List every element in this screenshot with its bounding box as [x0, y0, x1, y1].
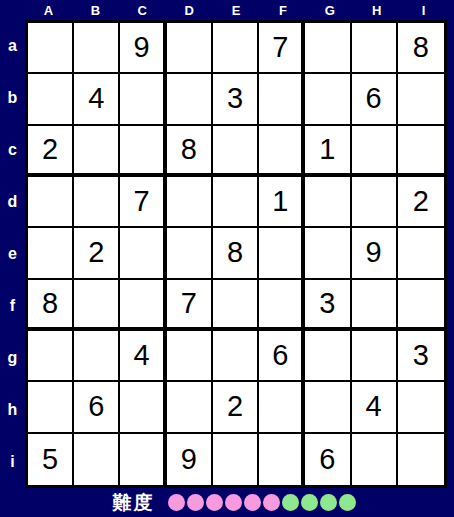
cell-Ae[interactable]: [28, 228, 74, 279]
difficulty-dot-filled: [225, 494, 242, 511]
cell-Ge[interactable]: [305, 228, 351, 279]
column-headers: ABCDEFGHI: [25, 0, 447, 20]
cell-Ai[interactable]: 5: [28, 434, 74, 485]
row-label-c: c: [8, 141, 17, 159]
cell-Fh[interactable]: [259, 382, 305, 433]
difficulty-dot-filled: [263, 494, 280, 511]
cell-Bd[interactable]: [74, 177, 120, 228]
cell-Hf[interactable]: [352, 280, 398, 331]
row-label-i: i: [10, 453, 14, 471]
cell-Ah[interactable]: [28, 382, 74, 433]
cell-Af[interactable]: 8: [28, 280, 74, 331]
cell-Bf[interactable]: [74, 280, 120, 331]
column-label-H: H: [372, 3, 381, 18]
cell-Ec[interactable]: [213, 126, 259, 177]
cell-Cc[interactable]: [120, 126, 166, 177]
cell-Gf[interactable]: 3: [305, 280, 351, 331]
cell-Hg[interactable]: [352, 331, 398, 382]
cell-Fd[interactable]: 1: [259, 177, 305, 228]
cell-Ii[interactable]: [398, 434, 444, 485]
cell-Db[interactable]: [167, 74, 213, 125]
difficulty-dot-empty: [339, 494, 356, 511]
difficulty-dot-filled: [168, 494, 185, 511]
cell-Ef[interactable]: [213, 280, 259, 331]
difficulty-bar: 難度: [0, 488, 454, 517]
cell-Hb[interactable]: 6: [352, 74, 398, 125]
cell-Bb[interactable]: 4: [74, 74, 120, 125]
difficulty-dot-empty: [282, 494, 299, 511]
cell-Ca[interactable]: 9: [120, 23, 166, 74]
column-label-I: I: [422, 3, 426, 18]
cell-Df[interactable]: 7: [167, 280, 213, 331]
cell-Fb[interactable]: [259, 74, 305, 125]
cell-Gb[interactable]: [305, 74, 351, 125]
cell-Cg[interactable]: 4: [120, 331, 166, 382]
difficulty-dots: [168, 494, 356, 511]
cell-Fi[interactable]: [259, 434, 305, 485]
cell-If[interactable]: [398, 280, 444, 331]
column-label-G: G: [325, 3, 335, 18]
column-label-B: B: [91, 3, 100, 18]
sudoku-app: ABCDEFGHI abcdefghi 97843628171228987346…: [0, 0, 454, 517]
cell-Da[interactable]: [167, 23, 213, 74]
cell-Bc[interactable]: [74, 126, 120, 177]
cell-Hi[interactable]: [352, 434, 398, 485]
row-headers: abcdefghi: [0, 20, 25, 488]
cell-Ei[interactable]: [213, 434, 259, 485]
cell-Bi[interactable]: [74, 434, 120, 485]
row-label-f: f: [10, 297, 15, 315]
sudoku-board: 978436281712289873463624596: [25, 20, 447, 488]
corner-spacer: [0, 0, 25, 20]
cell-Ia[interactable]: 8: [398, 23, 444, 74]
row-label-e: e: [8, 245, 17, 263]
cell-Fc[interactable]: [259, 126, 305, 177]
cell-Eh[interactable]: 2: [213, 382, 259, 433]
cell-Ag[interactable]: [28, 331, 74, 382]
cell-Ie[interactable]: [398, 228, 444, 279]
row-label-d: d: [8, 193, 18, 211]
row-label-h: h: [8, 401, 18, 419]
difficulty-dot-empty: [320, 494, 337, 511]
cell-Dg[interactable]: [167, 331, 213, 382]
cell-Eb[interactable]: 3: [213, 74, 259, 125]
cell-Cd[interactable]: 7: [120, 177, 166, 228]
cell-Ba[interactable]: [74, 23, 120, 74]
cell-Ig[interactable]: 3: [398, 331, 444, 382]
cell-Ac[interactable]: 2: [28, 126, 74, 177]
column-label-A: A: [44, 3, 53, 18]
cell-Gh[interactable]: [305, 382, 351, 433]
cell-Ga[interactable]: [305, 23, 351, 74]
cell-Ch[interactable]: [120, 382, 166, 433]
row-label-g: g: [8, 349, 18, 367]
cell-Gd[interactable]: [305, 177, 351, 228]
difficulty-dot-filled: [187, 494, 204, 511]
cell-Ha[interactable]: [352, 23, 398, 74]
cell-Cf[interactable]: [120, 280, 166, 331]
column-label-C: C: [138, 3, 147, 18]
cell-Be[interactable]: 2: [74, 228, 120, 279]
cell-Hd[interactable]: [352, 177, 398, 228]
cell-Fe[interactable]: [259, 228, 305, 279]
difficulty-dot-filled: [206, 494, 223, 511]
column-label-F: F: [279, 3, 287, 18]
cell-Di[interactable]: 9: [167, 434, 213, 485]
cell-Gg[interactable]: [305, 331, 351, 382]
cell-Bg[interactable]: [74, 331, 120, 382]
cell-Eg[interactable]: [213, 331, 259, 382]
cell-Ib[interactable]: [398, 74, 444, 125]
cell-Ee[interactable]: 8: [213, 228, 259, 279]
cell-He[interactable]: 9: [352, 228, 398, 279]
cell-Ad[interactable]: [28, 177, 74, 228]
cell-Ih[interactable]: [398, 382, 444, 433]
cell-Ab[interactable]: [28, 74, 74, 125]
cell-Ea[interactable]: [213, 23, 259, 74]
cell-De[interactable]: [167, 228, 213, 279]
cell-Dh[interactable]: [167, 382, 213, 433]
cell-Ff[interactable]: [259, 280, 305, 331]
row-label-a: a: [8, 37, 17, 55]
cell-Ed[interactable]: [213, 177, 259, 228]
cell-Cb[interactable]: [120, 74, 166, 125]
row-label-b: b: [8, 89, 18, 107]
cell-Aa[interactable]: [28, 23, 74, 74]
cell-Dd[interactable]: [167, 177, 213, 228]
cell-Ic[interactable]: [398, 126, 444, 177]
column-label-E: E: [232, 3, 241, 18]
cell-Gi[interactable]: 6: [305, 434, 351, 485]
cell-Id[interactable]: 2: [398, 177, 444, 228]
cell-Dc[interactable]: 8: [167, 126, 213, 177]
cell-Ci[interactable]: [120, 434, 166, 485]
cell-Gc[interactable]: 1: [305, 126, 351, 177]
cell-Fa[interactable]: 7: [259, 23, 305, 74]
cell-Ce[interactable]: [120, 228, 166, 279]
cell-Bh[interactable]: 6: [74, 382, 120, 433]
difficulty-dot-filled: [244, 494, 261, 511]
column-label-D: D: [184, 3, 193, 18]
difficulty-label: 難度: [113, 490, 155, 516]
cell-Fg[interactable]: 6: [259, 331, 305, 382]
cell-Hh[interactable]: 4: [352, 382, 398, 433]
cell-Hc[interactable]: [352, 126, 398, 177]
difficulty-dot-empty: [301, 494, 318, 511]
